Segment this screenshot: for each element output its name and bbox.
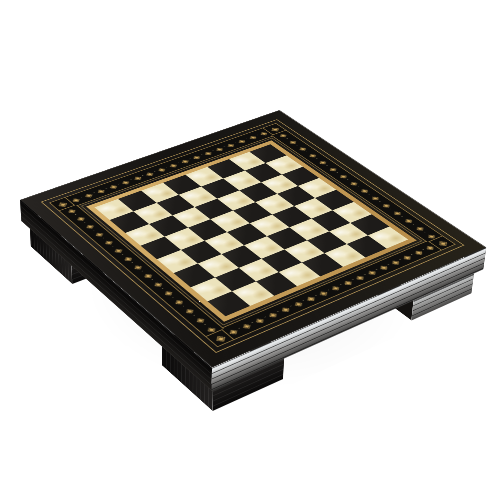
- photo-background: ◈·◈·◈·◈·◈·◈·◈·◈·◈·◈·◈·◈·◈·◈·◈·◈·◈ ◈·◈·◈·…: [0, 0, 500, 500]
- board-top-face: ◈·◈·◈·◈·◈·◈·◈·◈·◈·◈·◈·◈·◈·◈·◈·◈·◈ ◈·◈·◈·…: [20, 110, 486, 368]
- inlay-dot: ·: [411, 223, 417, 227]
- chess-board-scene: ◈·◈·◈·◈·◈·◈·◈·◈·◈·◈·◈·◈·◈·◈·◈·◈·◈ ◈·◈·◈·…: [78, 74, 419, 415]
- chess-board: ◈·◈·◈·◈·◈·◈·◈·◈·◈·◈·◈·◈·◈·◈·◈·◈·◈ ◈·◈·◈·…: [21, 130, 483, 391]
- inlay-dot: ·: [422, 231, 428, 235]
